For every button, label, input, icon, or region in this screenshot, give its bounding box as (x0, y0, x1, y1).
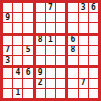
cell-r5c4[interactable] (36, 46, 45, 55)
cell-r9c6[interactable] (56, 89, 65, 98)
cell-r1c9[interactable]: 6 (89, 3, 98, 12)
cell-r3c4[interactable] (36, 23, 45, 32)
cell-r7c5[interactable] (46, 68, 55, 77)
cell-r9c4[interactable] (36, 89, 45, 98)
block-2-3: 68 (68, 36, 98, 66)
cell-r1c4[interactable] (36, 3, 45, 12)
cell-r2c8[interactable] (79, 13, 88, 22)
cell-r1c2[interactable] (13, 3, 22, 12)
cell-r8c2[interactable] (13, 79, 22, 88)
cell-r8c3[interactable] (23, 79, 32, 88)
cell-r2c5[interactable] (46, 13, 55, 22)
block-3-1: 461 (3, 68, 33, 98)
cell-r1c7[interactable] (68, 3, 77, 12)
cell-r7c4[interactable]: 9 (36, 68, 45, 77)
cell-r5c2[interactable] (13, 46, 22, 55)
cell-r6c4[interactable] (36, 56, 45, 65)
cell-r6c5[interactable] (46, 56, 55, 65)
cell-r9c3[interactable] (23, 89, 32, 98)
cell-r3c3[interactable] (23, 23, 32, 32)
cell-r4c3[interactable] (23, 36, 32, 45)
cell-r4c7[interactable]: 6 (68, 36, 77, 45)
cell-r7c1[interactable] (3, 68, 12, 77)
cell-r6c7[interactable] (68, 56, 77, 65)
cell-r5c9[interactable] (89, 46, 98, 55)
cell-r2c7[interactable] (68, 13, 77, 22)
cell-r6c1[interactable]: 3 (3, 56, 12, 65)
cell-r1c5[interactable]: 7 (46, 3, 55, 12)
cell-r4c1[interactable] (3, 36, 12, 45)
cell-r8c4[interactable]: 2 (36, 79, 45, 88)
cell-r4c5[interactable]: 1 (46, 36, 55, 45)
cell-r5c3[interactable]: 5 (23, 46, 32, 55)
cell-r3c2[interactable] (13, 23, 22, 32)
cell-r4c8[interactable] (79, 36, 88, 45)
cell-r8c1[interactable] (3, 79, 12, 88)
cell-r7c3[interactable]: 6 (23, 68, 32, 77)
cell-r9c9[interactable] (89, 89, 98, 98)
cell-r5c8[interactable] (79, 46, 88, 55)
cell-r2c9[interactable] (89, 13, 98, 22)
cell-r9c8[interactable] (79, 89, 88, 98)
cell-r7c2[interactable]: 4 (13, 68, 22, 77)
cell-r9c7[interactable] (68, 89, 77, 98)
cell-r3c5[interactable] (46, 23, 55, 32)
cell-r8c6[interactable] (56, 79, 65, 88)
cell-r7c8[interactable] (79, 68, 88, 77)
cell-r5c1[interactable]: 7 (3, 46, 12, 55)
cell-r7c7[interactable] (68, 68, 77, 77)
cell-r3c1[interactable] (3, 23, 12, 32)
block-1-1: 9 (3, 3, 33, 33)
block-3-3: 7 (68, 68, 98, 98)
cell-r2c6[interactable] (56, 13, 65, 22)
cell-r5c6[interactable] (56, 46, 65, 55)
cell-r8c9[interactable] (89, 79, 98, 88)
cell-r2c1[interactable]: 9 (3, 13, 12, 22)
cell-r3c9[interactable] (89, 23, 98, 32)
cell-r7c9[interactable] (89, 68, 98, 77)
block-1-2: 7 (36, 3, 66, 33)
cell-r9c5[interactable] (46, 89, 55, 98)
cell-r9c2[interactable]: 1 (13, 89, 22, 98)
cell-r4c6[interactable] (56, 36, 65, 45)
block-1-3: 36 (68, 3, 98, 33)
cell-r7c6[interactable] (56, 68, 65, 77)
cell-r6c2[interactable] (13, 56, 22, 65)
cell-r5c5[interactable] (46, 46, 55, 55)
cell-r9c1[interactable] (3, 89, 12, 98)
cell-r6c9[interactable] (89, 56, 98, 65)
block-2-2: 81 (36, 36, 66, 66)
cell-r4c4[interactable]: 8 (36, 36, 45, 45)
cell-r8c5[interactable] (46, 79, 55, 88)
cell-r1c1[interactable] (3, 3, 12, 12)
cell-r1c6[interactable] (56, 3, 65, 12)
cell-r1c3[interactable] (23, 3, 32, 12)
cell-r8c8[interactable]: 7 (79, 79, 88, 88)
cell-r3c7[interactable] (68, 23, 77, 32)
sudoku-board: 97367538168461927 (0, 0, 101, 101)
cell-r2c2[interactable] (13, 13, 22, 22)
cell-r8c7[interactable] (68, 79, 77, 88)
cell-r2c4[interactable] (36, 13, 45, 22)
cell-r6c3[interactable] (23, 56, 32, 65)
block-3-2: 92 (36, 68, 66, 98)
cell-r6c8[interactable] (79, 56, 88, 65)
cell-r3c8[interactable] (79, 23, 88, 32)
block-2-1: 753 (3, 36, 33, 66)
cell-r4c9[interactable] (89, 36, 98, 45)
cell-r1c8[interactable]: 3 (79, 3, 88, 12)
cell-r4c2[interactable] (13, 36, 22, 45)
cell-r6c6[interactable] (56, 56, 65, 65)
cell-r3c6[interactable] (56, 23, 65, 32)
cell-r2c3[interactable] (23, 13, 32, 22)
cell-r5c7[interactable]: 8 (68, 46, 77, 55)
